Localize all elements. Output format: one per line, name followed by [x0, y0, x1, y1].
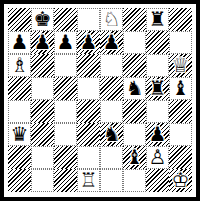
square-g7[interactable] [146, 31, 169, 54]
piece-black-pawn-d7: ♟ [77, 31, 100, 54]
square-c3[interactable] [54, 123, 77, 146]
square-b7[interactable]: ♟ [31, 31, 54, 54]
piece-black-rook-g5: ♜ [146, 77, 169, 100]
white-king-icon: ♔ [169, 169, 192, 192]
square-b3[interactable] [31, 123, 54, 146]
piece-white-king-h1: ♚♔ [169, 169, 192, 192]
square-b5[interactable] [31, 77, 54, 100]
square-h3[interactable] [169, 123, 192, 146]
square-d8[interactable] [77, 8, 100, 31]
square-g3[interactable]: ♟ [146, 123, 169, 146]
black-pawn-icon: ♟ [146, 123, 169, 146]
square-d1[interactable]: ♜♖ [77, 169, 100, 192]
white-knight-icon: ♘ [101, 9, 122, 30]
square-c1[interactable] [54, 169, 77, 192]
square-a7[interactable]: ♟ [8, 31, 31, 54]
piece-black-king-b8: ♚ [32, 9, 53, 30]
square-h1[interactable]: ♚♔ [169, 169, 192, 192]
piece-black-knight-e3: ♞ [100, 123, 123, 146]
piece-black-pawn-e7: ♟ [100, 31, 123, 54]
square-e2[interactable] [100, 146, 123, 169]
square-d6[interactable] [77, 54, 100, 77]
white-queen-icon: ♕ [169, 54, 192, 77]
black-pawn-icon: ♟ [9, 32, 30, 53]
square-a2[interactable] [8, 146, 31, 169]
square-e5[interactable] [100, 77, 123, 100]
piece-black-pawn-a7: ♟ [9, 32, 30, 53]
square-e1[interactable] [100, 169, 123, 192]
square-a6[interactable]: ♝♗ [8, 54, 31, 77]
square-h2[interactable] [169, 146, 192, 169]
square-c2[interactable] [54, 146, 77, 169]
square-c8[interactable] [54, 8, 77, 31]
square-f4[interactable] [123, 100, 146, 123]
white-bishop-icon: ♗ [9, 55, 30, 76]
square-b1[interactable] [31, 169, 54, 192]
square-e7[interactable]: ♟ [100, 31, 123, 54]
black-bishop-icon: ♝ [123, 146, 146, 169]
piece-white-bishop-a6: ♝♗ [9, 55, 30, 76]
white-pawn-icon: ♙ [147, 147, 168, 168]
square-f1[interactable] [123, 169, 146, 192]
black-queen-icon: ♛ [9, 124, 30, 145]
black-king-icon: ♚ [32, 9, 53, 30]
square-c5[interactable] [54, 77, 77, 100]
black-pawn-icon: ♟ [31, 31, 54, 54]
square-d3[interactable] [77, 123, 100, 146]
black-rook-icon: ♜ [147, 9, 168, 30]
square-c4[interactable] [54, 100, 77, 123]
square-b4[interactable] [31, 100, 54, 123]
piece-black-bishop-h5: ♝ [170, 78, 191, 99]
chess-board: ♚♞♘♜♟♟♟♟♟♝♗♛♕♞♜♝♛♞♟♝♟♙♜♖♚♔ [8, 8, 192, 192]
square-h5[interactable]: ♝ [169, 77, 192, 100]
black-pawn-icon: ♟ [55, 32, 76, 53]
square-f3[interactable] [123, 123, 146, 146]
square-g5[interactable]: ♜ [146, 77, 169, 100]
square-b6[interactable] [31, 54, 54, 77]
square-g6[interactable] [146, 54, 169, 77]
square-a3[interactable]: ♛ [8, 123, 31, 146]
square-c7[interactable]: ♟ [54, 31, 77, 54]
square-d7[interactable]: ♟ [77, 31, 100, 54]
square-a8[interactable] [8, 8, 31, 31]
square-h7[interactable] [169, 31, 192, 54]
square-d4[interactable] [77, 100, 100, 123]
square-e4[interactable] [100, 100, 123, 123]
black-rook-icon: ♜ [146, 77, 169, 100]
square-e3[interactable]: ♞ [100, 123, 123, 146]
square-h8[interactable] [169, 8, 192, 31]
square-h4[interactable] [169, 100, 192, 123]
white-rook-icon: ♖ [78, 170, 99, 191]
piece-black-rook-g8: ♜ [147, 9, 168, 30]
piece-black-queen-a3: ♛ [9, 124, 30, 145]
black-pawn-icon: ♟ [100, 31, 123, 54]
piece-black-pawn-g3: ♟ [146, 123, 169, 146]
square-g1[interactable] [146, 169, 169, 192]
piece-black-pawn-c7: ♟ [55, 32, 76, 53]
square-d5[interactable] [77, 77, 100, 100]
piece-white-rook-d1: ♜♖ [78, 170, 99, 191]
square-g8[interactable]: ♜ [146, 8, 169, 31]
black-knight-icon: ♞ [100, 123, 123, 146]
square-f7[interactable] [123, 31, 146, 54]
square-f6[interactable] [123, 54, 146, 77]
square-g4[interactable] [146, 100, 169, 123]
black-knight-icon: ♞ [124, 78, 145, 99]
square-h6[interactable]: ♛♕ [169, 54, 192, 77]
black-pawn-icon: ♟ [77, 31, 100, 54]
square-a5[interactable] [8, 77, 31, 100]
square-f2[interactable]: ♝ [123, 146, 146, 169]
piece-black-knight-f5: ♞ [124, 78, 145, 99]
piece-black-bishop-f2: ♝ [123, 146, 146, 169]
square-e8[interactable]: ♞♘ [100, 8, 123, 31]
square-e6[interactable] [100, 54, 123, 77]
square-f8[interactable] [123, 8, 146, 31]
square-f5[interactable]: ♞ [123, 77, 146, 100]
piece-white-queen-h6: ♛♕ [169, 54, 192, 77]
piece-white-pawn-g2: ♟♙ [147, 147, 168, 168]
black-bishop-icon: ♝ [170, 78, 191, 99]
square-b8[interactable]: ♚ [31, 8, 54, 31]
square-a1[interactable] [8, 169, 31, 192]
square-c6[interactable] [54, 54, 77, 77]
square-d2[interactable] [77, 146, 100, 169]
piece-black-pawn-b7: ♟ [31, 31, 54, 54]
square-a4[interactable] [8, 100, 31, 123]
square-b2[interactable] [31, 146, 54, 169]
square-g2[interactable]: ♟♙ [146, 146, 169, 169]
diagram-frame: ♚♞♘♜♟♟♟♟♟♝♗♛♕♞♜♝♛♞♟♝♟♙♜♖♚♔ [0, 0, 200, 201]
piece-white-knight-e8: ♞♘ [101, 9, 122, 30]
